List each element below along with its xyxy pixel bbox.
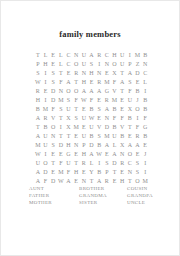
grid-cell-r11c14: A <box>134 140 142 149</box>
grid-cell-r7c13: X <box>126 104 134 113</box>
grid-cell-r15c13: T <box>126 176 134 185</box>
grid-cell-r9c1: T <box>34 122 42 131</box>
grid-cell-r1c11: H <box>111 50 119 59</box>
grid-cell-r7c1: B <box>34 104 42 113</box>
grid-cell-r7c4: S <box>57 104 65 113</box>
grid-cell-r2c10: N <box>103 59 111 68</box>
grid-cell-r13c9: I <box>95 158 103 167</box>
grid-cell-r5c7: A <box>80 86 88 95</box>
grid-cell-r11c4: D <box>57 140 65 149</box>
grid-cell-r2c14: Z <box>134 59 142 68</box>
grid-cell-r2c4: L <box>57 59 65 68</box>
grid-cell-r8c13: B <box>126 113 134 122</box>
grid-cell-r6c10: R <box>103 95 111 104</box>
grid-cell-r4c5: A <box>65 77 73 86</box>
grid-cell-r5c11: V <box>111 86 119 95</box>
grid-cell-r3c8: H <box>88 68 96 77</box>
grid-cell-r8c6: S <box>72 113 80 122</box>
grid-cell-r4c14: E <box>134 77 142 86</box>
grid-cell-r9c7: E <box>80 122 88 131</box>
grid-cell-r13c15: I <box>141 158 149 167</box>
grid-cell-r1c7: U <box>80 50 88 59</box>
grid-cell-r11c9: B <box>95 140 103 149</box>
grid-cell-r13c4: F <box>57 158 65 167</box>
puzzle-title: family members <box>1 29 179 39</box>
grid-cell-r2c15: N <box>141 59 149 68</box>
grid-cell-r11c7: P <box>80 140 88 149</box>
grid-cell-r14c12: E <box>118 167 126 176</box>
grid-cell-r10c7: U <box>80 131 88 140</box>
grid-cell-r14c6: H <box>72 167 80 176</box>
grid-cell-r6c2: I <box>42 95 50 104</box>
grid-cell-r15c1: A <box>34 176 42 185</box>
grid-cell-r7c3: F <box>49 104 57 113</box>
grid-cell-r10c12: B <box>118 131 126 140</box>
grid-cell-r11c15: E <box>141 140 149 149</box>
grid-cell-r11c11: L <box>111 140 119 149</box>
grid-cell-r7c9: S <box>95 104 103 113</box>
grid-cell-r10c9: S <box>95 131 103 140</box>
grid-cell-r2c1: P <box>34 59 42 68</box>
grid-cell-r13c11: D <box>111 158 119 167</box>
grid-cell-r2c5: C <box>65 59 73 68</box>
grid-cell-r12c1: W <box>34 149 42 158</box>
grid-cell-r7c5: U <box>65 104 73 113</box>
grid-cell-r3c14: D <box>134 68 142 77</box>
grid-cell-r5c4: N <box>57 86 65 95</box>
grid-cell-r8c3: V <box>49 113 57 122</box>
grid-cell-r5c13: F <box>126 86 134 95</box>
grid-cell-r14c15: I <box>141 167 149 176</box>
grid-cell-r10c15: B <box>141 131 149 140</box>
grid-cell-r13c6: T <box>72 158 80 167</box>
grid-cell-r15c14: O <box>134 176 142 185</box>
grid-cell-r5c14: B <box>134 86 142 95</box>
grid-cell-r14c7: E <box>80 167 88 176</box>
grid-cell-r4c7: H <box>80 77 88 86</box>
grid-cell-r13c8: L <box>88 158 96 167</box>
grid-cell-r3c11: X <box>111 68 119 77</box>
word-search-grid: TLELCNUARCHUIMBPHELCOUSINOUPZNSISTERNHNE… <box>34 50 149 185</box>
grid-cell-r2c13: P <box>126 59 134 68</box>
grid-cell-r10c2: U <box>42 131 50 140</box>
grid-cell-r14c14: S <box>134 167 142 176</box>
word-list-item: FATHER <box>29 192 52 199</box>
grid-cell-r4c2: I <box>42 77 50 86</box>
grid-cell-r14c11: T <box>111 167 119 176</box>
grid-cell-r7c7: E <box>80 104 88 113</box>
grid-cell-r9c10: D <box>103 122 111 131</box>
grid-cell-r4c12: A <box>118 77 126 86</box>
grid-cell-r14c9: B <box>95 167 103 176</box>
grid-cell-r6c4: M <box>57 95 65 104</box>
grid-cell-r4c15: L <box>141 77 149 86</box>
grid-cell-r7c2: M <box>42 104 50 113</box>
grid-cell-r3c13: A <box>126 68 134 77</box>
grid-cell-r6c15: B <box>141 95 149 104</box>
grid-cell-r15c7: N <box>80 176 88 185</box>
grid-cell-r7c11: B <box>111 104 119 113</box>
grid-cell-r11c5: H <box>65 140 73 149</box>
word-list-item: AUNT <box>29 185 52 192</box>
grid-cell-r11c6: N <box>72 140 80 149</box>
grid-cell-r7c8: B <box>88 104 96 113</box>
grid-cell-r15c6: E <box>72 176 80 185</box>
grid-cell-r11c1: M <box>34 140 42 149</box>
grid-cell-r11c3: S <box>49 140 57 149</box>
grid-cell-r10c1: A <box>34 131 42 140</box>
grid-cell-r8c4: T <box>57 113 65 122</box>
grid-cell-r8c7: U <box>80 113 88 122</box>
grid-cell-r7c10: A <box>103 104 111 113</box>
word-list-item: MOTHER <box>29 199 52 206</box>
grid-cell-r10c10: M <box>103 131 111 140</box>
grid-cell-r1c12: U <box>118 50 126 59</box>
grid-cell-r14c2: D <box>42 167 50 176</box>
grid-cell-r14c13: N <box>126 167 134 176</box>
grid-cell-r5c12: T <box>118 86 126 95</box>
grid-cell-r6c3: D <box>49 95 57 104</box>
grid-cell-r6c6: F <box>72 95 80 104</box>
grid-cell-r10c6: E <box>72 131 80 140</box>
grid-cell-r8c11: F <box>111 113 119 122</box>
grid-cell-r12c4: E <box>57 149 65 158</box>
grid-cell-r1c4: L <box>57 50 65 59</box>
grid-cell-r5c10: G <box>103 86 111 95</box>
grid-cell-r11c2: U <box>42 140 50 149</box>
grid-cell-r8c12: F <box>118 113 126 122</box>
grid-cell-r13c10: S <box>103 158 111 167</box>
grid-cell-r5c5: O <box>65 86 73 95</box>
grid-cell-r9c9: V <box>95 122 103 131</box>
word-list-column-2: BROTHERGRANDMASISTER <box>79 185 107 206</box>
grid-cell-r4c10: M <box>103 77 111 86</box>
word-list-column-1: AUNTFATHERMOTHER <box>29 185 52 206</box>
grid-cell-r1c1: T <box>34 50 42 59</box>
grid-cell-r11c12: X <box>118 140 126 149</box>
grid-cell-r1c14: M <box>134 50 142 59</box>
grid-cell-r3c10: E <box>103 68 111 77</box>
grid-cell-r8c9: E <box>95 113 103 122</box>
grid-cell-r6c13: U <box>126 95 134 104</box>
grid-cell-r4c11: F <box>111 77 119 86</box>
grid-cell-r12c15: J <box>141 149 149 158</box>
grid-cell-r5c6: O <box>72 86 80 95</box>
grid-cell-r10c11: U <box>111 131 119 140</box>
grid-cell-r11c10: A <box>103 140 111 149</box>
grid-cell-r12c6: E <box>72 149 80 158</box>
grid-cell-r1c2: L <box>42 50 50 59</box>
grid-cell-r2c9: I <box>95 59 103 68</box>
grid-cell-r4c8: E <box>88 77 96 86</box>
grid-cell-r1c15: B <box>141 50 149 59</box>
grid-cell-r15c15: M <box>141 176 149 185</box>
grid-cell-r3c15: C <box>141 68 149 77</box>
word-list: AUNTFATHERMOTHERBROTHERGRANDMASISTERCOUS… <box>1 185 179 211</box>
grid-cell-r14c5: F <box>65 167 73 176</box>
grid-cell-r9c11: B <box>111 122 119 131</box>
grid-cell-r6c14: J <box>134 95 142 104</box>
grid-cell-r12c12: N <box>118 149 126 158</box>
grid-cell-r7c12: E <box>118 104 126 113</box>
grid-cell-r5c9: A <box>95 86 103 95</box>
grid-cell-r13c2: O <box>42 158 50 167</box>
grid-cell-r9c15: G <box>141 122 149 131</box>
word-list-item: SISTER <box>79 199 107 206</box>
grid-cell-r14c3: E <box>49 167 57 176</box>
grid-cell-r12c9: W <box>95 149 103 158</box>
grid-cell-r5c15: I <box>141 86 149 95</box>
grid-cell-r5c1: R <box>34 86 42 95</box>
grid-cell-r9c6: M <box>72 122 80 131</box>
worksheet-page: family members TLELCNUARCHUIMBPHELCOUSIN… <box>0 0 180 256</box>
grid-cell-r3c7: N <box>80 68 88 77</box>
grid-cell-r10c14: R <box>134 131 142 140</box>
grid-cell-r4c9: R <box>95 77 103 86</box>
grid-cell-r12c14: E <box>134 149 142 158</box>
grid-cell-r11c8: D <box>88 140 96 149</box>
grid-cell-r1c9: R <box>95 50 103 59</box>
word-list-item: COUSIN <box>127 185 153 192</box>
grid-cell-r4c13: S <box>126 77 134 86</box>
grid-cell-r8c5: X <box>65 113 73 122</box>
word-list-item: UNCLE <box>127 199 153 206</box>
grid-cell-r3c1: S <box>34 68 42 77</box>
grid-cell-r3c4: T <box>57 68 65 77</box>
grid-cell-r3c5: E <box>65 68 73 77</box>
grid-cell-r10c4: T <box>57 131 65 140</box>
word-list-column-3: COUSINGRANDPAUNCLE <box>127 185 153 206</box>
grid-cell-r4c4: F <box>57 77 65 86</box>
grid-cell-r3c3: S <box>49 68 57 77</box>
grid-cell-r8c14: I <box>134 113 142 122</box>
grid-cell-r13c3: T <box>49 158 57 167</box>
grid-cell-r12c13: O <box>126 149 134 158</box>
word-list-item: BROTHER <box>79 185 107 192</box>
grid-cell-r6c12: E <box>118 95 126 104</box>
grid-cell-r10c3: N <box>49 131 57 140</box>
grid-cell-r7c14: O <box>134 104 142 113</box>
grid-cell-r13c14: S <box>134 158 142 167</box>
grid-cell-r7c15: B <box>141 104 149 113</box>
grid-cell-r15c4: W <box>57 176 65 185</box>
grid-cell-r14c10: P <box>103 167 111 176</box>
grid-cell-r8c15: F <box>141 113 149 122</box>
grid-cell-r14c1: A <box>34 167 42 176</box>
grid-cell-r15c3: D <box>49 176 57 185</box>
grid-cell-r6c7: W <box>80 95 88 104</box>
word-list-item: GRANDMA <box>79 192 107 199</box>
grid-cell-r13c1: U <box>34 158 42 167</box>
grid-cell-r9c12: V <box>118 122 126 131</box>
grid-cell-r4c6: T <box>72 77 80 86</box>
grid-cell-r4c1: W <box>34 77 42 86</box>
grid-cell-r12c8: A <box>88 149 96 158</box>
grid-cell-r2c8: S <box>88 59 96 68</box>
grid-cell-r5c2: E <box>42 86 50 95</box>
grid-cell-r15c11: E <box>111 176 119 185</box>
grid-cell-r14c8: Y <box>88 167 96 176</box>
grid-cell-r6c1: H <box>34 95 42 104</box>
grid-cell-r8c1: A <box>34 113 42 122</box>
grid-cell-r12c5: G <box>65 149 73 158</box>
grid-cell-r9c13: T <box>126 122 134 131</box>
grid-cell-r1c5: C <box>65 50 73 59</box>
grid-cell-r12c11: A <box>111 149 119 158</box>
grid-cell-r8c2: R <box>42 113 50 122</box>
grid-cell-r15c9: A <box>95 176 103 185</box>
grid-cell-r8c8: W <box>88 113 96 122</box>
grid-cell-r6c8: F <box>88 95 96 104</box>
grid-cell-r3c2: I <box>42 68 50 77</box>
grid-cell-r13c12: R <box>118 158 126 167</box>
grid-cell-r3c6: R <box>72 68 80 77</box>
grid-cell-r13c13: C <box>126 158 134 167</box>
grid-cell-r9c8: U <box>88 122 96 131</box>
grid-cell-r1c6: N <box>72 50 80 59</box>
grid-cell-r2c6: O <box>72 59 80 68</box>
grid-cell-r3c12: T <box>118 68 126 77</box>
grid-cell-r3c9: N <box>95 68 103 77</box>
grid-cell-r2c2: H <box>42 59 50 68</box>
grid-cell-r12c7: H <box>80 149 88 158</box>
word-list-item: GRANDPA <box>127 192 153 199</box>
grid-cell-r5c8: A <box>88 86 96 95</box>
grid-cell-r13c5: U <box>65 158 73 167</box>
grid-cell-r8c10: N <box>103 113 111 122</box>
grid-cell-r1c13: I <box>126 50 134 59</box>
grid-cell-r15c8: T <box>88 176 96 185</box>
grid-cell-r12c3: E <box>49 149 57 158</box>
grid-cell-r12c10: E <box>103 149 111 158</box>
grid-cell-r5c3: D <box>49 86 57 95</box>
grid-cell-r9c5: X <box>65 122 73 131</box>
grid-cell-r9c14: F <box>134 122 142 131</box>
grid-cell-r9c4: I <box>57 122 65 131</box>
grid-cell-r10c5: T <box>65 131 73 140</box>
grid-cell-r9c2: B <box>42 122 50 131</box>
grid-cell-r13c7: R <box>80 158 88 167</box>
grid-cell-r9c3: O <box>49 122 57 131</box>
grid-cell-r12c2: I <box>42 149 50 158</box>
grid-cell-r2c7: U <box>80 59 88 68</box>
grid-cell-r2c12: U <box>118 59 126 68</box>
grid-cell-r6c11: M <box>111 95 119 104</box>
grid-cell-r6c5: S <box>65 95 73 104</box>
grid-cell-r15c10: R <box>103 176 111 185</box>
grid-cell-r11c13: A <box>126 140 134 149</box>
grid-cell-r10c8: B <box>88 131 96 140</box>
grid-cell-r15c2: F <box>42 176 50 185</box>
grid-cell-r14c4: M <box>57 167 65 176</box>
grid-cell-r15c5: A <box>65 176 73 185</box>
grid-cell-r15c12: H <box>118 176 126 185</box>
grid-cell-r1c3: E <box>49 50 57 59</box>
grid-cell-r1c8: A <box>88 50 96 59</box>
grid-cell-r1c10: C <box>103 50 111 59</box>
grid-cell-r7c6: T <box>72 104 80 113</box>
grid-cell-r4c3: S <box>49 77 57 86</box>
grid-cell-r2c3: E <box>49 59 57 68</box>
grid-cell-r10c13: E <box>126 131 134 140</box>
grid-cell-r2c11: O <box>111 59 119 68</box>
grid-cell-r6c9: E <box>95 95 103 104</box>
